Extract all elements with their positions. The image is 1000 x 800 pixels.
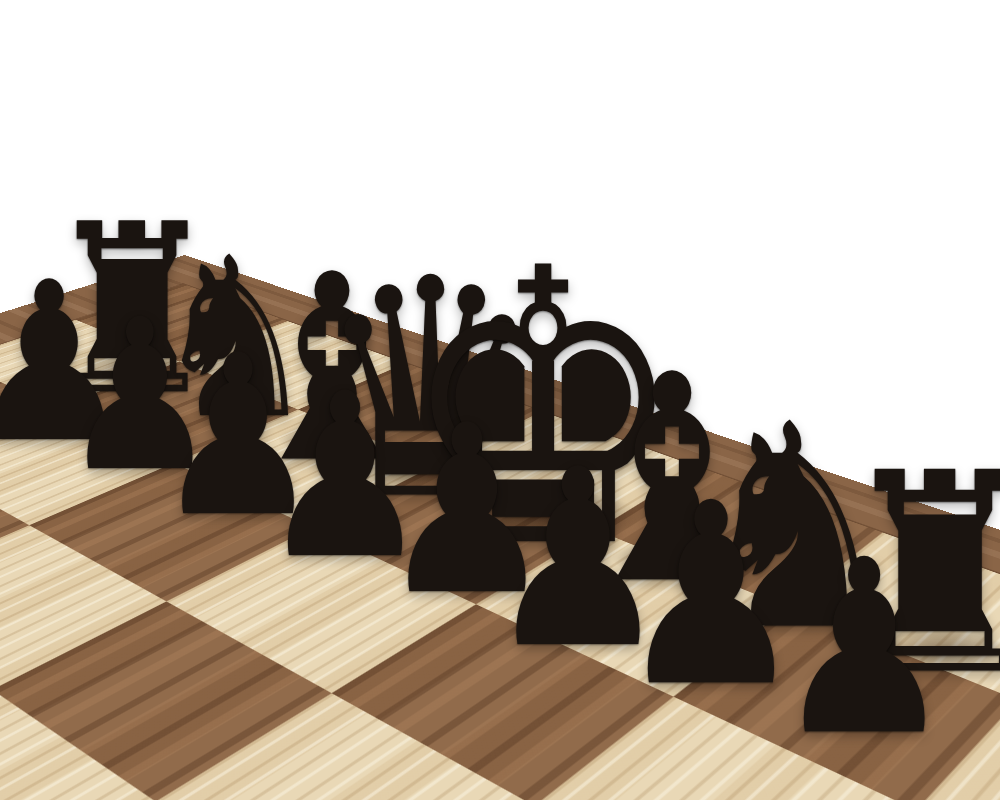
- pieces-layer: ♟♜♟♞♟♝♟♛♟♚♟♝♟♞♟♜: [0, 0, 1000, 800]
- product-photo-scene: ♟♜♟♞♟♝♟♛♟♚♟♝♟♞♟♜: [0, 0, 1000, 800]
- piece-black-pawn-h[interactable]: ♟: [774, 528, 955, 768]
